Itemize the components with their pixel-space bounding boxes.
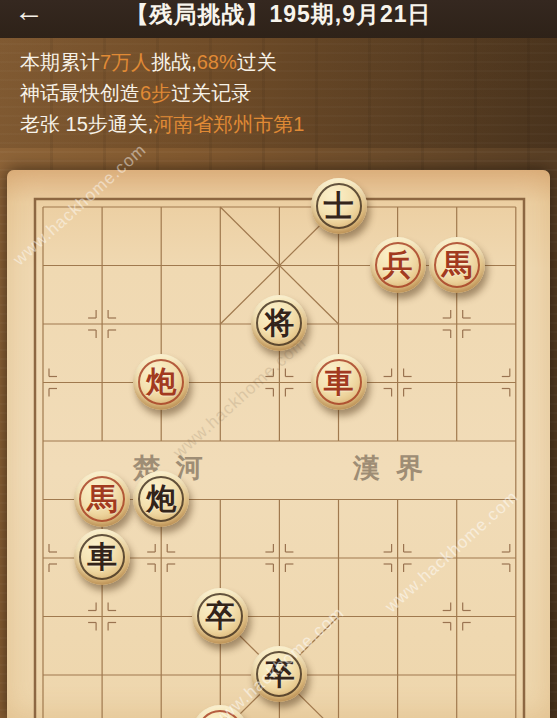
red-horse-piece[interactable]: 馬 xyxy=(429,237,485,293)
stats-line-3: 老张 15步通关,河南省郑州市第1 xyxy=(20,109,557,140)
red-chariot-piece[interactable]: 車 xyxy=(311,354,367,410)
piece-character: 将 xyxy=(264,308,294,338)
stats-line-1: 本期累计7万人挑战,68%过关 xyxy=(20,47,557,78)
stat-text: 挑战, xyxy=(151,51,197,73)
black-soldier-piece[interactable]: 卒 xyxy=(192,588,248,644)
black-general-piece[interactable]: 将 xyxy=(251,295,307,351)
black-soldier-piece[interactable]: 卒 xyxy=(251,646,307,702)
piece-character: 卒 xyxy=(264,659,294,689)
stat-text: 本期累计 xyxy=(20,51,100,73)
stat-text: 老张 15步通关, xyxy=(20,113,153,135)
page-title: 【残局挑战】195期,9月21日 xyxy=(0,0,557,29)
piece-character: 馬 xyxy=(442,250,472,280)
piece-character: 車 xyxy=(87,542,117,572)
black-cannon-piece[interactable]: 炮 xyxy=(133,471,189,527)
piece-character: 兵 xyxy=(383,250,413,280)
stat-highlight: 6步 xyxy=(140,82,171,104)
piece-character: 車 xyxy=(324,367,354,397)
red-soldier-piece[interactable]: 兵 xyxy=(370,237,426,293)
stat-text: 神话最快创造 xyxy=(20,82,140,104)
stat-highlight: 68% xyxy=(197,51,237,73)
black-chariot-piece[interactable]: 車 xyxy=(74,529,130,585)
black-advisor-piece[interactable]: 士 xyxy=(311,178,367,234)
piece-character: 炮 xyxy=(146,484,176,514)
piece-character: 士 xyxy=(324,191,354,221)
challenge-stats: 本期累计7万人挑战,68%过关神话最快创造6步过关记录老张 15步通关,河南省郑… xyxy=(0,38,557,148)
stat-text: 过关 xyxy=(237,51,277,73)
stat-text: 过关记录 xyxy=(171,82,251,104)
stat-highlight: 7万人 xyxy=(100,51,151,73)
xiangqi-board[interactable]: 楚河 漢界 士兵馬将炮車馬炮車卒卒帅 xyxy=(7,170,550,718)
river-label-han: 漢界 xyxy=(345,450,439,486)
piece-character: 卒 xyxy=(205,601,235,631)
stat-highlight: 河南省郑州市第1 xyxy=(153,113,304,135)
piece-character: 馬 xyxy=(87,484,117,514)
header-bar: ← 【残局挑战】195期,9月21日 xyxy=(0,0,557,38)
piece-character: 炮 xyxy=(146,367,176,397)
stats-line-2: 神话最快创造6步过关记录 xyxy=(20,78,557,109)
red-cannon-piece[interactable]: 炮 xyxy=(133,354,189,410)
red-horse-piece[interactable]: 馬 xyxy=(74,471,130,527)
